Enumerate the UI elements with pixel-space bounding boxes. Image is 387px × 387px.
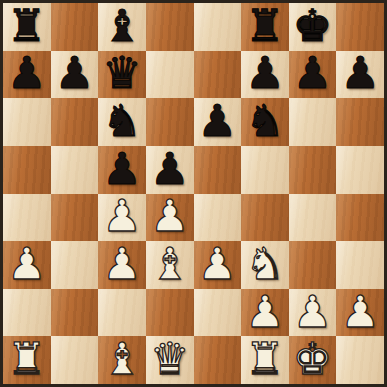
square-g3[interactable] (289, 241, 337, 289)
black-pawn: ♟ (245, 51, 284, 97)
square-b8[interactable] (51, 3, 99, 51)
square-g5[interactable] (289, 146, 337, 194)
square-d1[interactable]: ♛ (146, 336, 194, 384)
square-e3[interactable]: ♟ (194, 241, 242, 289)
white-bishop: ♝ (102, 337, 141, 383)
white-pawn: ♟ (150, 194, 189, 240)
square-d4[interactable]: ♟ (146, 194, 194, 242)
square-g1[interactable]: ♚ (289, 336, 337, 384)
white-king: ♚ (293, 337, 332, 383)
square-f6[interactable]: ♞ (241, 98, 289, 146)
square-h5[interactable] (336, 146, 384, 194)
black-pawn: ♟ (7, 51, 46, 97)
square-a1[interactable]: ♜ (3, 336, 51, 384)
black-bishop: ♝ (102, 4, 141, 50)
black-knight: ♞ (245, 99, 284, 145)
white-knight: ♞ (245, 242, 284, 288)
white-pawn: ♟ (293, 290, 332, 336)
square-h6[interactable] (336, 98, 384, 146)
square-g4[interactable] (289, 194, 337, 242)
white-pawn: ♟ (198, 242, 237, 288)
black-king: ♚ (293, 4, 332, 50)
square-e8[interactable] (194, 3, 242, 51)
black-pawn: ♟ (198, 99, 237, 145)
black-pawn: ♟ (340, 51, 379, 97)
black-queen: ♛ (102, 51, 141, 97)
square-d2[interactable] (146, 289, 194, 337)
square-d3[interactable]: ♝ (146, 241, 194, 289)
white-rook: ♜ (7, 337, 46, 383)
square-d6[interactable] (146, 98, 194, 146)
chess-board: ♜♝♜♚♟♟♛♟♟♟♞♟♞♟♟♟♟♟♟♝♟♞♟♟♟♜♝♛♜♚ (0, 0, 387, 387)
black-pawn: ♟ (102, 147, 141, 193)
square-h3[interactable] (336, 241, 384, 289)
square-b2[interactable] (51, 289, 99, 337)
square-e7[interactable] (194, 51, 242, 99)
white-queen: ♛ (150, 337, 189, 383)
square-a3[interactable]: ♟ (3, 241, 51, 289)
square-a8[interactable]: ♜ (3, 3, 51, 51)
square-f7[interactable]: ♟ (241, 51, 289, 99)
square-e5[interactable] (194, 146, 242, 194)
square-f5[interactable] (241, 146, 289, 194)
square-c7[interactable]: ♛ (98, 51, 146, 99)
black-pawn: ♟ (55, 51, 94, 97)
square-c5[interactable]: ♟ (98, 146, 146, 194)
square-g8[interactable]: ♚ (289, 3, 337, 51)
white-pawn: ♟ (340, 290, 379, 336)
square-e4[interactable] (194, 194, 242, 242)
square-h7[interactable]: ♟ (336, 51, 384, 99)
square-c8[interactable]: ♝ (98, 3, 146, 51)
white-pawn: ♟ (245, 290, 284, 336)
square-b4[interactable] (51, 194, 99, 242)
square-c1[interactable]: ♝ (98, 336, 146, 384)
square-b6[interactable] (51, 98, 99, 146)
square-b3[interactable] (51, 241, 99, 289)
white-pawn: ♟ (7, 242, 46, 288)
square-d5[interactable]: ♟ (146, 146, 194, 194)
square-h1[interactable] (336, 336, 384, 384)
square-d7[interactable] (146, 51, 194, 99)
square-d8[interactable] (146, 3, 194, 51)
square-c2[interactable] (98, 289, 146, 337)
square-a6[interactable] (3, 98, 51, 146)
square-f3[interactable]: ♞ (241, 241, 289, 289)
black-pawn: ♟ (293, 51, 332, 97)
square-c4[interactable]: ♟ (98, 194, 146, 242)
white-bishop: ♝ (150, 242, 189, 288)
square-a7[interactable]: ♟ (3, 51, 51, 99)
square-g7[interactable]: ♟ (289, 51, 337, 99)
square-c3[interactable]: ♟ (98, 241, 146, 289)
square-e1[interactable] (194, 336, 242, 384)
black-pawn: ♟ (150, 147, 189, 193)
square-g2[interactable]: ♟ (289, 289, 337, 337)
square-h2[interactable]: ♟ (336, 289, 384, 337)
square-a4[interactable] (3, 194, 51, 242)
black-rook: ♜ (245, 4, 284, 50)
square-a2[interactable] (3, 289, 51, 337)
white-rook: ♜ (245, 337, 284, 383)
square-b7[interactable]: ♟ (51, 51, 99, 99)
square-h4[interactable] (336, 194, 384, 242)
black-rook: ♜ (7, 4, 46, 50)
white-pawn: ♟ (102, 242, 141, 288)
square-b5[interactable] (51, 146, 99, 194)
square-a5[interactable] (3, 146, 51, 194)
square-b1[interactable] (51, 336, 99, 384)
square-f4[interactable] (241, 194, 289, 242)
square-f8[interactable]: ♜ (241, 3, 289, 51)
white-pawn: ♟ (102, 194, 141, 240)
square-f2[interactable]: ♟ (241, 289, 289, 337)
square-e6[interactable]: ♟ (194, 98, 242, 146)
square-e2[interactable] (194, 289, 242, 337)
square-h8[interactable] (336, 3, 384, 51)
black-knight: ♞ (102, 99, 141, 145)
square-f1[interactable]: ♜ (241, 336, 289, 384)
square-c6[interactable]: ♞ (98, 98, 146, 146)
square-g6[interactable] (289, 98, 337, 146)
